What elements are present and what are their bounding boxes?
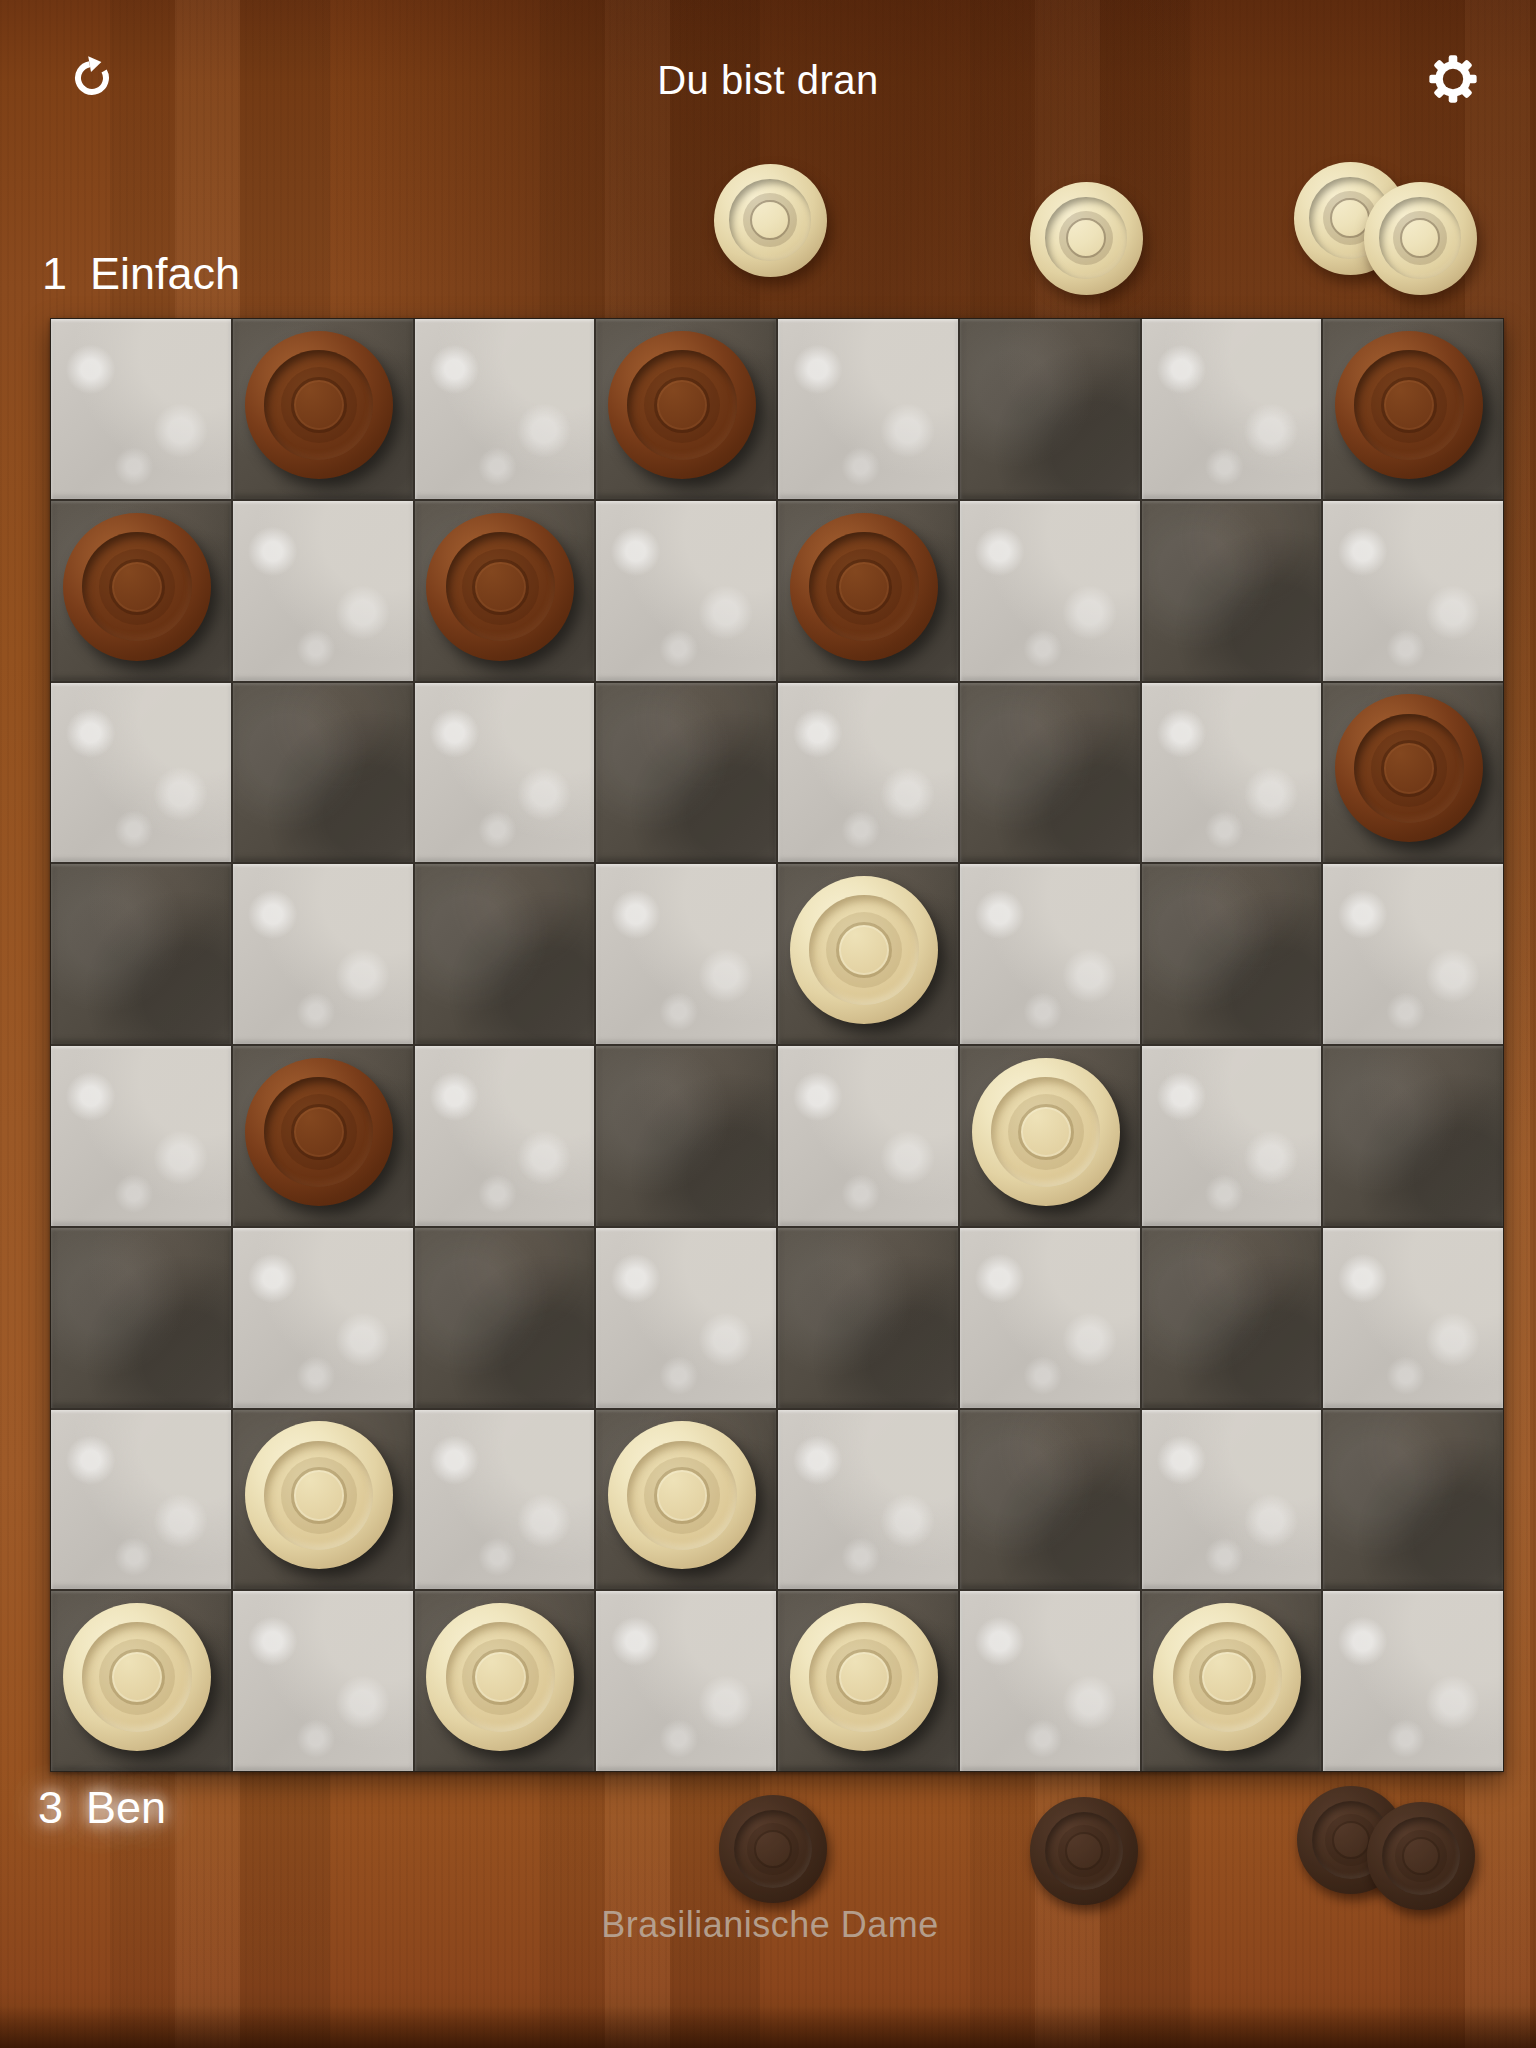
board-square-c2 <box>415 1410 595 1590</box>
board-square-a7[interactable]: ⛂ <box>51 501 231 681</box>
board-square-h8[interactable]: ⛂ <box>1323 319 1503 499</box>
board-square-a4 <box>51 1046 231 1226</box>
board-square-c7[interactable]: ⛂ <box>415 501 595 681</box>
board-square-f8[interactable] <box>960 319 1140 499</box>
board-square-g2 <box>1142 1410 1322 1590</box>
piece-light-man[interactable]: ⛀ <box>790 876 938 1024</box>
app-screen: Du bist dran <box>0 0 1536 2048</box>
player-number: 3 <box>38 1782 63 1833</box>
captured-light-piece-disc <box>1030 182 1143 295</box>
captured-dark-piece-disc <box>1367 1802 1475 1910</box>
board-square-b3 <box>233 1228 413 1408</box>
piece-light-man[interactable]: ⛀ <box>426 1603 574 1751</box>
piece-dark-man[interactable]: ⛂ <box>245 331 393 479</box>
board-square-a8 <box>51 319 231 499</box>
board-square-g5[interactable] <box>1142 864 1322 1044</box>
board-square-e6 <box>778 683 958 863</box>
board-square-d3 <box>596 1228 776 1408</box>
board-square-a3[interactable] <box>51 1228 231 1408</box>
board-square-a1[interactable]: ⛀ <box>51 1591 231 1771</box>
captured-light-piece-disc <box>1364 182 1477 295</box>
captured-light-piece <box>1030 182 1143 295</box>
board-square-b4[interactable]: ⛂ <box>233 1046 413 1226</box>
board-square-h4[interactable] <box>1323 1046 1503 1226</box>
board-square-b8[interactable]: ⛂ <box>233 319 413 499</box>
board-square-h1 <box>1323 1591 1503 1771</box>
board-square-h6[interactable]: ⛂ <box>1323 683 1503 863</box>
piece-light-man[interactable]: ⛀ <box>1153 1603 1301 1751</box>
captured-dark-piece <box>1030 1797 1138 1905</box>
piece-dark-man[interactable]: ⛂ <box>1335 694 1483 842</box>
piece-dark-man[interactable]: ⛂ <box>426 513 574 661</box>
board-square-c4 <box>415 1046 595 1226</box>
board-square-e5[interactable]: ⛀ <box>778 864 958 1044</box>
piece-dark-man[interactable]: ⛂ <box>1335 331 1483 479</box>
board-square-e4 <box>778 1046 958 1226</box>
board-square-g1[interactable]: ⛀ <box>1142 1591 1322 1771</box>
board-square-h7 <box>1323 501 1503 681</box>
board-square-h3 <box>1323 1228 1503 1408</box>
board-square-c8 <box>415 319 595 499</box>
board-square-e1[interactable]: ⛀ <box>778 1591 958 1771</box>
piece-light-man[interactable]: ⛀ <box>245 1421 393 1569</box>
board-square-c5[interactable] <box>415 864 595 1044</box>
board-square-e3[interactable] <box>778 1228 958 1408</box>
board-square-b6[interactable] <box>233 683 413 863</box>
checkers-board: ⛂⛂⛂⛂⛂⛂⛂⛀⛂⛀⛀⛀⛀⛀⛀⛀ <box>50 318 1504 1772</box>
bottom-vignette <box>0 2006 1536 2048</box>
board-square-f5 <box>960 864 1140 1044</box>
board-square-d8[interactable]: ⛂ <box>596 319 776 499</box>
opponent-number: 1 <box>42 248 67 299</box>
piece-dark-man[interactable]: ⛂ <box>790 513 938 661</box>
captured-light-piece-disc <box>714 164 827 277</box>
board-square-c1[interactable]: ⛀ <box>415 1591 595 1771</box>
captured-dark-piece-disc <box>1030 1797 1138 1905</box>
board-square-g4 <box>1142 1046 1322 1226</box>
game-variant-label: Brasilianische Dame <box>0 1904 1536 1946</box>
board-square-g7[interactable] <box>1142 501 1322 681</box>
piece-dark-man[interactable]: ⛂ <box>608 331 756 479</box>
captured-light-piece <box>1364 182 1477 295</box>
board-square-e8 <box>778 319 958 499</box>
piece-light-man[interactable]: ⛀ <box>972 1058 1120 1206</box>
board-square-f7 <box>960 501 1140 681</box>
board-square-h5 <box>1323 864 1503 1044</box>
board-square-d5 <box>596 864 776 1044</box>
board-square-c3[interactable] <box>415 1228 595 1408</box>
board-square-d6[interactable] <box>596 683 776 863</box>
piece-light-man[interactable]: ⛀ <box>608 1421 756 1569</box>
board-square-d2[interactable]: ⛀ <box>596 1410 776 1590</box>
captured-dark-piece <box>719 1795 827 1903</box>
piece-light-man[interactable]: ⛀ <box>790 1603 938 1751</box>
board-square-h2[interactable] <box>1323 1410 1503 1590</box>
gear-icon <box>1424 96 1482 111</box>
board-square-b2[interactable]: ⛀ <box>233 1410 413 1590</box>
piece-light-man[interactable]: ⛀ <box>63 1603 211 1751</box>
board-square-e7[interactable]: ⛂ <box>778 501 958 681</box>
board-square-a6 <box>51 683 231 863</box>
board-square-b5 <box>233 864 413 1044</box>
board-square-f3 <box>960 1228 1140 1408</box>
board-square-g3[interactable] <box>1142 1228 1322 1408</box>
board-square-f4[interactable]: ⛀ <box>960 1046 1140 1226</box>
board-square-f6[interactable] <box>960 683 1140 863</box>
settings-button[interactable] <box>1424 50 1482 108</box>
board-square-a2 <box>51 1410 231 1590</box>
board-square-a5[interactable] <box>51 864 231 1044</box>
board-square-c6 <box>415 683 595 863</box>
board-square-g8 <box>1142 319 1322 499</box>
board-square-g6 <box>1142 683 1322 863</box>
board-square-b1 <box>233 1591 413 1771</box>
board-square-d1 <box>596 1591 776 1771</box>
board-square-b7 <box>233 501 413 681</box>
piece-dark-man[interactable]: ⛂ <box>245 1058 393 1206</box>
board-square-f2[interactable] <box>960 1410 1140 1590</box>
opponent-label: 1Einfach <box>42 248 240 300</box>
captured-light-piece <box>714 164 827 277</box>
board-square-d4[interactable] <box>596 1046 776 1226</box>
piece-dark-man[interactable]: ⛂ <box>63 513 211 661</box>
captured-dark-piece <box>1367 1802 1475 1910</box>
player-name: Ben <box>86 1782 166 1833</box>
captured-dark-piece-disc <box>719 1795 827 1903</box>
board-square-d7 <box>596 501 776 681</box>
opponent-name: Einfach <box>90 248 240 299</box>
turn-status-text: Du bist dran <box>0 58 1536 103</box>
board-square-e2 <box>778 1410 958 1590</box>
player-label: 3Ben <box>38 1782 166 1834</box>
board-square-f1 <box>960 1591 1140 1771</box>
